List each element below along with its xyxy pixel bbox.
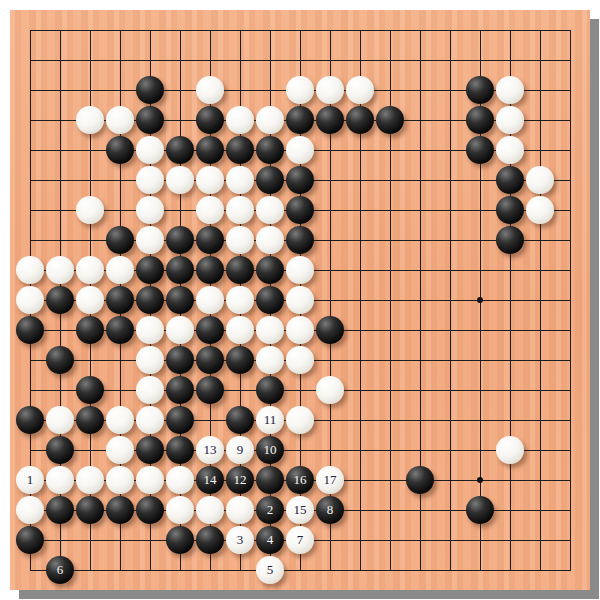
- stone-black: [346, 106, 374, 134]
- stone-black: [166, 226, 194, 254]
- stone-white: [496, 436, 524, 464]
- stone-black: [226, 346, 254, 374]
- stone-black: [136, 106, 164, 134]
- stone-black: [466, 496, 494, 524]
- stone-white: [496, 136, 524, 164]
- stone-white: [226, 166, 254, 194]
- stone-black: [226, 406, 254, 434]
- stone-black: [136, 76, 164, 104]
- stone-white: [196, 166, 224, 194]
- move-number-label: 11: [264, 406, 277, 434]
- stone-white: [166, 316, 194, 344]
- stone-white: [136, 376, 164, 404]
- stone-black: [196, 136, 224, 164]
- stone-black: [166, 256, 194, 284]
- stone-black: [196, 346, 224, 374]
- stone-white: [226, 286, 254, 314]
- stone-white: [76, 286, 104, 314]
- stone-black: [496, 196, 524, 224]
- stone-white: [136, 226, 164, 254]
- stone-white: [226, 196, 254, 224]
- stone-white: [76, 196, 104, 224]
- stone-white: [496, 106, 524, 134]
- stone-white: [16, 256, 44, 284]
- stone-black: [46, 286, 74, 314]
- stone-black: [196, 526, 224, 554]
- stone-white: [256, 106, 284, 134]
- stone-black: [256, 166, 284, 194]
- stone-black: [406, 466, 434, 494]
- stone-white: [256, 346, 284, 374]
- stone-black: [136, 286, 164, 314]
- move-number-label: 5: [267, 556, 274, 584]
- stone-white: [256, 226, 284, 254]
- stone-black: [106, 496, 134, 524]
- move-number-label: 13: [204, 436, 217, 464]
- stone-white: [136, 466, 164, 494]
- grid-line-horizontal: [30, 570, 571, 571]
- move-number-label: 16: [294, 466, 307, 494]
- stone-white: [286, 256, 314, 284]
- stone-white: [286, 346, 314, 374]
- stone-black: [256, 286, 284, 314]
- stone-white: [256, 316, 284, 344]
- stone-black: [106, 316, 134, 344]
- move-number-label: 12: [234, 466, 247, 494]
- stone-black: [46, 496, 74, 524]
- stone-black: [76, 316, 104, 344]
- stone-white: [76, 466, 104, 494]
- stone-white: [106, 436, 134, 464]
- stone-white: [196, 286, 224, 314]
- stone-white: [286, 76, 314, 104]
- stone-white: [316, 76, 344, 104]
- stone-white: [286, 406, 314, 434]
- stone-black: [496, 166, 524, 194]
- stone-black: [316, 106, 344, 134]
- stone-black: [256, 136, 284, 164]
- stone-black: [286, 166, 314, 194]
- stone-white: [226, 106, 254, 134]
- stone-black: [196, 106, 224, 134]
- stone-black: [136, 256, 164, 284]
- stone-white: [76, 106, 104, 134]
- stone-black: [466, 136, 494, 164]
- stone-black: [226, 256, 254, 284]
- stone-black: [106, 136, 134, 164]
- stone-white: [526, 196, 554, 224]
- stone-black: [256, 376, 284, 404]
- stone-white: [136, 166, 164, 194]
- stone-white: [196, 76, 224, 104]
- stone-black: [286, 106, 314, 134]
- stone-white: [316, 376, 344, 404]
- stone-black: [256, 256, 284, 284]
- stone-black: [286, 226, 314, 254]
- stone-white: [286, 136, 314, 164]
- stone-white: [496, 76, 524, 104]
- stone-black: [166, 376, 194, 404]
- stone-white: [256, 196, 284, 224]
- stone-white: [196, 196, 224, 224]
- stone-white: [286, 286, 314, 314]
- stone-white: [166, 496, 194, 524]
- grid-line-vertical: [570, 30, 571, 571]
- move-number-label: 8: [327, 496, 334, 524]
- move-number-label: 17: [324, 466, 337, 494]
- move-number-label: 7: [297, 526, 304, 554]
- grid-line-vertical: [450, 30, 451, 571]
- star-point: [477, 477, 483, 483]
- stone-white: 5: [256, 556, 284, 584]
- stone-black: [316, 316, 344, 344]
- stone-black: [466, 76, 494, 104]
- stone-black: [136, 436, 164, 464]
- move-number-label: 3: [237, 526, 244, 554]
- stone-black: [16, 316, 44, 344]
- stone-black: 4: [256, 526, 284, 554]
- stone-white: [16, 496, 44, 524]
- stone-white: [136, 136, 164, 164]
- stone-white: [46, 406, 74, 434]
- stone-black: [376, 106, 404, 134]
- stone-black: [166, 286, 194, 314]
- stone-black: [106, 286, 134, 314]
- stone-white: [136, 196, 164, 224]
- stone-white: 3: [226, 526, 254, 554]
- move-number-label: 9: [237, 436, 244, 464]
- stone-black: [496, 226, 524, 254]
- stone-black: [16, 406, 44, 434]
- move-number-label: 10: [264, 436, 277, 464]
- stone-black: [46, 346, 74, 374]
- stone-black: [76, 496, 104, 524]
- stone-black: [226, 136, 254, 164]
- stone-white: [46, 256, 74, 284]
- stone-black: 8: [316, 496, 344, 524]
- stone-black: [196, 256, 224, 284]
- stone-black: 6: [46, 556, 74, 584]
- stone-white: 13: [196, 436, 224, 464]
- grid-line-vertical: [540, 30, 541, 571]
- stone-black: [286, 196, 314, 224]
- stone-black: [466, 106, 494, 134]
- stone-white: [166, 166, 194, 194]
- stone-black: [136, 496, 164, 524]
- page: 1113910114121617215834765: [0, 0, 600, 600]
- move-number-label: 6: [57, 556, 64, 584]
- move-number-label: 14: [204, 466, 217, 494]
- stone-black: [196, 316, 224, 344]
- stone-white: 7: [286, 526, 314, 554]
- stone-black: [76, 376, 104, 404]
- stone-white: [106, 256, 134, 284]
- stone-black: [196, 376, 224, 404]
- stone-white: [106, 466, 134, 494]
- move-number-label: 2: [267, 496, 274, 524]
- stone-white: 9: [226, 436, 254, 464]
- stone-white: [196, 496, 224, 524]
- stone-black: [166, 526, 194, 554]
- stone-white: [106, 406, 134, 434]
- grid-line-horizontal: [30, 390, 571, 391]
- stone-black: [16, 526, 44, 554]
- stone-white: [166, 466, 194, 494]
- stone-black: 12: [226, 466, 254, 494]
- stone-white: 1: [16, 466, 44, 494]
- stone-black: [166, 406, 194, 434]
- stone-white: [526, 166, 554, 194]
- stone-black: [76, 406, 104, 434]
- stone-white: [136, 316, 164, 344]
- stone-black: 14: [196, 466, 224, 494]
- stone-white: 11: [256, 406, 284, 434]
- stone-white: [136, 346, 164, 374]
- stone-white: [16, 286, 44, 314]
- stone-white: [106, 106, 134, 134]
- move-number-label: 15: [294, 496, 307, 524]
- stone-white: [226, 316, 254, 344]
- stone-black: [166, 136, 194, 164]
- star-point: [477, 297, 483, 303]
- stone-black: [196, 226, 224, 254]
- stone-black: [46, 436, 74, 464]
- stone-black: [166, 436, 194, 464]
- stone-white: [76, 256, 104, 284]
- stone-white: [286, 316, 314, 344]
- stone-white: [226, 496, 254, 524]
- stone-white: 17: [316, 466, 344, 494]
- stone-black: [256, 466, 284, 494]
- stone-black: [106, 226, 134, 254]
- stone-white: [46, 466, 74, 494]
- stone-white: [136, 406, 164, 434]
- move-number-label: 1: [27, 466, 34, 494]
- go-board[interactable]: 1113910114121617215834765: [10, 10, 590, 590]
- stone-black: 10: [256, 436, 284, 464]
- stone-black: 16: [286, 466, 314, 494]
- stone-white: [226, 226, 254, 254]
- stone-white: 15: [286, 496, 314, 524]
- stone-black: 2: [256, 496, 284, 524]
- stone-black: [166, 346, 194, 374]
- stone-white: [346, 76, 374, 104]
- move-number-label: 4: [267, 526, 274, 554]
